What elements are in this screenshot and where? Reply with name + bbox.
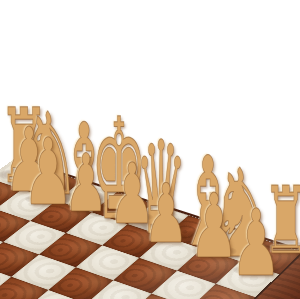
pieces-layer: ♜♞♝♚♛♝♞♜♟♟♟♟♟♟♟ — [0, 0, 300, 299]
piece-white-pawn-d2[interactable]: ♟ — [143, 173, 189, 255]
piece-white-pawn-f2[interactable]: ♟ — [64, 144, 108, 224]
product-photo-stage: ♜♞♝♚♛♝♞♜♟♟♟♟♟♟♟ — [0, 0, 300, 299]
piece-white-pawn-b2[interactable]: ♟ — [230, 198, 281, 290]
